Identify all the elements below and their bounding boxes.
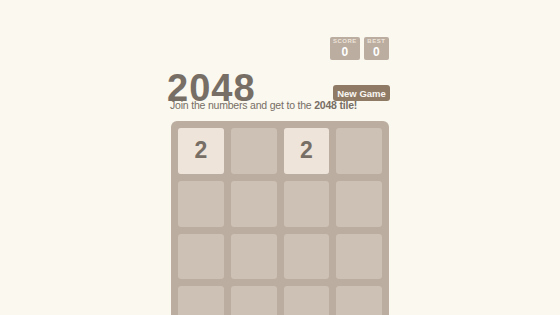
score-box: SCORE 0 bbox=[330, 37, 360, 60]
board-cell: 2 bbox=[178, 128, 224, 174]
board-cell bbox=[178, 234, 224, 280]
tile-2: 2 bbox=[178, 128, 224, 174]
board-cell: 2 bbox=[284, 128, 330, 174]
board-cell bbox=[336, 286, 382, 315]
tile-2: 2 bbox=[284, 128, 330, 174]
board-cell bbox=[231, 234, 277, 280]
score-panel: SCORE 0 BEST 0 bbox=[330, 37, 389, 60]
board-cell bbox=[178, 181, 224, 227]
subtitle: Join the numbers and get to the 2048 til… bbox=[170, 100, 357, 111]
new-game-button[interactable]: New Game bbox=[333, 85, 390, 101]
score-value: 0 bbox=[342, 46, 349, 59]
board-cell bbox=[336, 181, 382, 227]
board-cell bbox=[231, 286, 277, 315]
best-value: 0 bbox=[373, 46, 380, 59]
best-box: BEST 0 bbox=[364, 37, 389, 60]
board-cell bbox=[231, 181, 277, 227]
board-cell bbox=[336, 128, 382, 174]
board-cell bbox=[284, 181, 330, 227]
game-board: 22 bbox=[171, 121, 389, 315]
board-cell bbox=[231, 128, 277, 174]
board-cell bbox=[284, 286, 330, 315]
board-cell bbox=[284, 234, 330, 280]
board-cell bbox=[336, 234, 382, 280]
board-cell bbox=[178, 286, 224, 315]
subtitle-text: Join the numbers and get to the bbox=[170, 99, 314, 111]
